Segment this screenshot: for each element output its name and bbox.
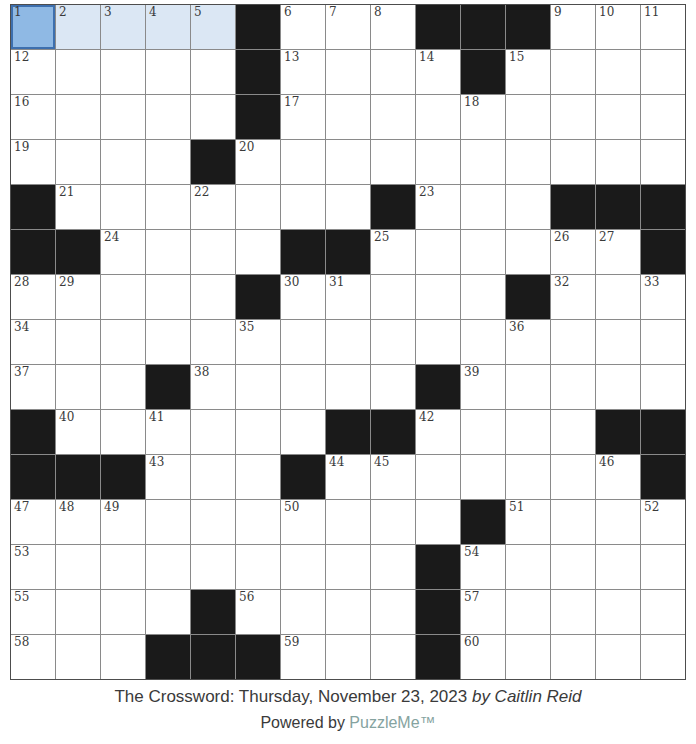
- cell-r2c7[interactable]: 13: [281, 50, 325, 94]
- cell-r14c1[interactable]: 55: [11, 590, 55, 634]
- clue-number-42: 42: [419, 411, 434, 424]
- cell-r3c13[interactable]: [551, 95, 595, 139]
- cell-r4c15[interactable]: [641, 140, 685, 184]
- cell-r14c6[interactable]: 56: [236, 590, 280, 634]
- cell-r5c10[interactable]: 23: [416, 185, 460, 229]
- cell-r12c8[interactable]: [326, 500, 370, 544]
- cell-r9c1[interactable]: 37: [11, 365, 55, 409]
- cell-r1c9[interactable]: 8: [371, 5, 415, 49]
- clue-number-25: 25: [374, 231, 389, 244]
- cell-r14c11[interactable]: 57: [461, 590, 505, 634]
- clue-number-49: 49: [104, 501, 119, 514]
- cell-r15c11[interactable]: 60: [461, 635, 505, 679]
- cell-r11c10[interactable]: [416, 455, 460, 499]
- cell-r3c12[interactable]: [506, 95, 550, 139]
- clue-number-30: 30: [284, 276, 299, 289]
- cell-r2c4[interactable]: [146, 50, 190, 94]
- cell-r3c14[interactable]: [596, 95, 640, 139]
- cell-r1c2[interactable]: 2: [56, 5, 100, 49]
- cell-r1c8[interactable]: 7: [326, 5, 370, 49]
- cell-r15c14[interactable]: [596, 635, 640, 679]
- cell-r10c13[interactable]: [551, 410, 595, 454]
- cell-r2c11: [461, 50, 505, 94]
- clue-number-46: 46: [599, 456, 614, 469]
- cell-r12c2[interactable]: 48: [56, 500, 100, 544]
- cell-r9c14[interactable]: [596, 365, 640, 409]
- puzzleme-brand[interactable]: PuzzleMe™: [349, 714, 435, 731]
- clue-number-27: 27: [599, 231, 614, 244]
- cell-r2c6: [236, 50, 280, 94]
- clue-number-58: 58: [14, 636, 29, 649]
- cell-r4c10[interactable]: [416, 140, 460, 184]
- clue-number-3: 3: [104, 6, 112, 19]
- cell-r11c2: [56, 455, 100, 499]
- cell-r8c3[interactable]: [101, 320, 145, 364]
- cell-r9c15[interactable]: [641, 365, 685, 409]
- cell-r7c5[interactable]: [191, 275, 235, 319]
- cell-r13c2[interactable]: [56, 545, 100, 589]
- cell-r15c8[interactable]: [326, 635, 370, 679]
- cell-r4c7[interactable]: [281, 140, 325, 184]
- cell-r9c9[interactable]: [371, 365, 415, 409]
- cell-r4c2[interactable]: [56, 140, 100, 184]
- cell-r2c1[interactable]: 12: [11, 50, 55, 94]
- clue-number-13: 13: [284, 51, 299, 64]
- cell-r11c5[interactable]: [191, 455, 235, 499]
- puzzle-title: The Crossword: Thursday, November 23, 20…: [114, 687, 471, 706]
- cell-r10c1: [11, 410, 55, 454]
- cell-r14c12[interactable]: [506, 590, 550, 634]
- cell-r1c1[interactable]: 1: [11, 5, 55, 49]
- cell-r6c1: [11, 230, 55, 274]
- cell-r3c5[interactable]: [191, 95, 235, 139]
- clue-number-40: 40: [59, 411, 74, 424]
- cell-r15c4: [146, 635, 190, 679]
- cell-r11c4[interactable]: 43: [146, 455, 190, 499]
- cell-r3c4[interactable]: [146, 95, 190, 139]
- clue-number-15: 15: [509, 51, 524, 64]
- cell-r10c4[interactable]: 41: [146, 410, 190, 454]
- clue-number-60: 60: [464, 636, 479, 649]
- crossword-board: 1234567891011121314151617181920212223242…: [0, 0, 696, 680]
- cell-r3c2[interactable]: [56, 95, 100, 139]
- cell-r5c2[interactable]: 21: [56, 185, 100, 229]
- cell-r6c15: [641, 230, 685, 274]
- cell-r3c11[interactable]: 18: [461, 95, 505, 139]
- cell-r7c7[interactable]: 30: [281, 275, 325, 319]
- cell-r8c8[interactable]: [326, 320, 370, 364]
- clue-number-26: 26: [554, 231, 569, 244]
- cell-r7c3[interactable]: [101, 275, 145, 319]
- cell-r8c13[interactable]: [551, 320, 595, 364]
- cell-r10c7[interactable]: [281, 410, 325, 454]
- cell-r5c12[interactable]: [506, 185, 550, 229]
- clue-number-41: 41: [149, 411, 164, 424]
- clue-number-37: 37: [14, 366, 29, 379]
- cell-r3c10[interactable]: [416, 95, 460, 139]
- cell-r11c15: [641, 455, 685, 499]
- cell-r3c7[interactable]: 17: [281, 95, 325, 139]
- cell-r12c9[interactable]: [371, 500, 415, 544]
- cell-r4c8[interactable]: [326, 140, 370, 184]
- crossword-grid: 1234567891011121314151617181920212223242…: [10, 4, 686, 680]
- cell-r13c13[interactable]: [551, 545, 595, 589]
- clue-number-8: 8: [374, 6, 382, 19]
- cell-r8c14[interactable]: [596, 320, 640, 364]
- cell-r15c12[interactable]: [506, 635, 550, 679]
- clue-number-11: 11: [644, 6, 659, 19]
- clue-number-32: 32: [554, 276, 569, 289]
- cell-r11c7: [281, 455, 325, 499]
- cell-r12c6[interactable]: [236, 500, 280, 544]
- clue-number-4: 4: [149, 6, 157, 19]
- cell-r5c3[interactable]: [101, 185, 145, 229]
- cell-r6c7: [281, 230, 325, 274]
- cell-r13c5[interactable]: [191, 545, 235, 589]
- cell-r8c15[interactable]: [641, 320, 685, 364]
- cell-r14c13[interactable]: [551, 590, 595, 634]
- cell-r8c5[interactable]: [191, 320, 235, 364]
- cell-r4c3[interactable]: [101, 140, 145, 184]
- clue-number-22: 22: [194, 186, 209, 199]
- cell-r9c10: [416, 365, 460, 409]
- cell-r5c5[interactable]: 22: [191, 185, 235, 229]
- cell-r1c11: [461, 5, 505, 49]
- clue-number-44: 44: [329, 456, 344, 469]
- cell-r6c2: [56, 230, 100, 274]
- cell-r7c12: [506, 275, 550, 319]
- cell-r13c12[interactable]: [506, 545, 550, 589]
- cell-r13c4[interactable]: [146, 545, 190, 589]
- clue-number-36: 36: [509, 321, 524, 334]
- puzzle-byline: by Caitlin Reid: [472, 687, 582, 706]
- cell-r6c9[interactable]: 25: [371, 230, 415, 274]
- cell-r7c1[interactable]: 28: [11, 275, 55, 319]
- cell-r6c11[interactable]: [461, 230, 505, 274]
- clue-number-1: 1: [14, 6, 22, 19]
- cell-r1c5[interactable]: 5: [191, 5, 235, 49]
- clue-number-9: 9: [554, 6, 562, 19]
- cell-r13c11[interactable]: 54: [461, 545, 505, 589]
- cell-r1c4[interactable]: 4: [146, 5, 190, 49]
- clue-number-28: 28: [14, 276, 29, 289]
- cell-r5c7[interactable]: [281, 185, 325, 229]
- cell-r1c13[interactable]: 9: [551, 5, 595, 49]
- cell-r2c5[interactable]: [191, 50, 235, 94]
- cell-r13c3[interactable]: [101, 545, 145, 589]
- cell-r14c14[interactable]: [596, 590, 640, 634]
- cell-r2c14[interactable]: [596, 50, 640, 94]
- clue-number-16: 16: [14, 96, 29, 109]
- cell-r13c15[interactable]: [641, 545, 685, 589]
- cell-r14c3[interactable]: [101, 590, 145, 634]
- powered-by-line: Powered by PuzzleMe™: [0, 714, 696, 732]
- cell-r12c3[interactable]: 49: [101, 500, 145, 544]
- cell-r11c12[interactable]: [506, 455, 550, 499]
- cell-r1c15[interactable]: 11: [641, 5, 685, 49]
- clue-number-55: 55: [14, 591, 29, 604]
- cell-r3c8[interactable]: [326, 95, 370, 139]
- cell-r5c14: [596, 185, 640, 229]
- cell-r10c8: [326, 410, 370, 454]
- cell-r5c1: [11, 185, 55, 229]
- cell-r8c12[interactable]: 36: [506, 320, 550, 364]
- cell-r9c8[interactable]: [326, 365, 370, 409]
- clue-number-31: 31: [329, 276, 344, 289]
- cell-r11c11[interactable]: [461, 455, 505, 499]
- cell-r3c6: [236, 95, 280, 139]
- cell-r2c13[interactable]: [551, 50, 595, 94]
- cell-r14c8[interactable]: [326, 590, 370, 634]
- cell-r13c8[interactable]: [326, 545, 370, 589]
- cell-r4c6[interactable]: 20: [236, 140, 280, 184]
- clue-number-43: 43: [149, 456, 164, 469]
- cell-r9c11[interactable]: 39: [461, 365, 505, 409]
- cell-r9c4: [146, 365, 190, 409]
- cell-r12c10[interactable]: [416, 500, 460, 544]
- clue-number-21: 21: [59, 186, 74, 199]
- cell-r6c4[interactable]: [146, 230, 190, 274]
- cell-r13c1[interactable]: 53: [11, 545, 55, 589]
- cell-r13c7[interactable]: [281, 545, 325, 589]
- cell-r13c9[interactable]: [371, 545, 415, 589]
- cell-r7c4[interactable]: [146, 275, 190, 319]
- cell-r10c10[interactable]: 42: [416, 410, 460, 454]
- cell-r1c6: [236, 5, 280, 49]
- clue-number-5: 5: [194, 6, 202, 19]
- cell-r10c5[interactable]: [191, 410, 235, 454]
- cell-r11c1: [11, 455, 55, 499]
- cell-r12c7[interactable]: 50: [281, 500, 325, 544]
- cell-r6c14[interactable]: 27: [596, 230, 640, 274]
- clue-number-53: 53: [14, 546, 29, 559]
- cell-r10c6[interactable]: [236, 410, 280, 454]
- cell-r2c12[interactable]: 15: [506, 50, 550, 94]
- cell-r7c11[interactable]: [461, 275, 505, 319]
- clue-number-24: 24: [104, 231, 119, 244]
- cell-r4c11[interactable]: [461, 140, 505, 184]
- cell-r2c3[interactable]: [101, 50, 145, 94]
- cell-r14c10: [416, 590, 460, 634]
- clue-number-50: 50: [284, 501, 299, 514]
- puzzle-caption: The Crossword: Thursday, November 23, 20…: [0, 687, 696, 732]
- cell-r7c8[interactable]: 31: [326, 275, 370, 319]
- clue-number-48: 48: [59, 501, 74, 514]
- clue-number-59: 59: [284, 636, 299, 649]
- cell-r2c15[interactable]: [641, 50, 685, 94]
- cell-r9c13[interactable]: [551, 365, 595, 409]
- cell-r4c12[interactable]: [506, 140, 550, 184]
- powered-by-text: Powered by: [260, 714, 349, 731]
- cell-r3c3[interactable]: [101, 95, 145, 139]
- clue-number-19: 19: [14, 141, 29, 154]
- cell-r1c7[interactable]: 6: [281, 5, 325, 49]
- cell-r11c13[interactable]: [551, 455, 595, 499]
- cell-r10c9: [371, 410, 415, 454]
- cell-r12c15[interactable]: 52: [641, 500, 685, 544]
- cell-r2c2[interactable]: [56, 50, 100, 94]
- cell-r15c15[interactable]: [641, 635, 685, 679]
- clue-number-20: 20: [239, 141, 254, 154]
- cell-r3c1[interactable]: 16: [11, 95, 55, 139]
- cell-r6c5[interactable]: [191, 230, 235, 274]
- cell-r4c1[interactable]: 19: [11, 140, 55, 184]
- cell-r12c12[interactable]: 51: [506, 500, 550, 544]
- cell-r9c5[interactable]: 38: [191, 365, 235, 409]
- cell-r15c1[interactable]: 58: [11, 635, 55, 679]
- clue-number-10: 10: [599, 6, 614, 19]
- clue-number-34: 34: [14, 321, 29, 334]
- cell-r14c15[interactable]: [641, 590, 685, 634]
- clue-number-6: 6: [284, 6, 292, 19]
- cell-r9c6[interactable]: [236, 365, 280, 409]
- clue-number-45: 45: [374, 456, 389, 469]
- clue-number-7: 7: [329, 6, 337, 19]
- cell-r5c6[interactable]: [236, 185, 280, 229]
- cell-r15c10: [416, 635, 460, 679]
- cell-r4c5: [191, 140, 235, 184]
- cell-r11c3: [101, 455, 145, 499]
- cell-r11c9[interactable]: 45: [371, 455, 415, 499]
- cell-r6c10[interactable]: [416, 230, 460, 274]
- cell-r12c5[interactable]: [191, 500, 235, 544]
- puzzle-title-line: The Crossword: Thursday, November 23, 20…: [0, 687, 696, 707]
- clue-number-14: 14: [419, 51, 434, 64]
- cell-r4c13[interactable]: [551, 140, 595, 184]
- cell-r13c10: [416, 545, 460, 589]
- clue-number-2: 2: [59, 6, 67, 19]
- cell-r8c7[interactable]: [281, 320, 325, 364]
- cell-r4c14[interactable]: [596, 140, 640, 184]
- cell-r8c1[interactable]: 34: [11, 320, 55, 364]
- clue-number-51: 51: [509, 501, 524, 514]
- cell-r11c8[interactable]: 44: [326, 455, 370, 499]
- cell-r7c10[interactable]: [416, 275, 460, 319]
- cell-r4c4[interactable]: [146, 140, 190, 184]
- cell-r8c10[interactable]: [416, 320, 460, 364]
- clue-number-39: 39: [464, 366, 479, 379]
- cell-r10c15: [641, 410, 685, 454]
- clue-number-12: 12: [14, 51, 29, 64]
- cell-r5c4[interactable]: [146, 185, 190, 229]
- cell-r6c6[interactable]: [236, 230, 280, 274]
- cell-r12c1[interactable]: 47: [11, 500, 55, 544]
- cell-r5c15: [641, 185, 685, 229]
- cell-r14c7[interactable]: [281, 590, 325, 634]
- cell-r7c13[interactable]: 32: [551, 275, 595, 319]
- clue-number-52: 52: [644, 501, 659, 514]
- clue-number-17: 17: [284, 96, 299, 109]
- clue-number-29: 29: [59, 276, 74, 289]
- cell-r9c7[interactable]: [281, 365, 325, 409]
- cell-r8c6[interactable]: 35: [236, 320, 280, 364]
- cell-r6c13[interactable]: 26: [551, 230, 595, 274]
- cell-r10c14: [596, 410, 640, 454]
- cell-r14c2[interactable]: [56, 590, 100, 634]
- clue-number-35: 35: [239, 321, 254, 334]
- cell-r12c11: [461, 500, 505, 544]
- cell-r3c15[interactable]: [641, 95, 685, 139]
- cell-r10c11[interactable]: [461, 410, 505, 454]
- cell-r1c12: [506, 5, 550, 49]
- clue-number-23: 23: [419, 186, 434, 199]
- cell-r5c13: [551, 185, 595, 229]
- cell-r8c4[interactable]: [146, 320, 190, 364]
- cell-r15c6: [236, 635, 280, 679]
- cell-r7c2[interactable]: 29: [56, 275, 100, 319]
- cell-r15c2[interactable]: [56, 635, 100, 679]
- cell-r8c11[interactable]: [461, 320, 505, 364]
- cell-r4c9[interactable]: [371, 140, 415, 184]
- cell-r7c14[interactable]: [596, 275, 640, 319]
- cell-r1c10: [416, 5, 460, 49]
- cell-r6c12[interactable]: [506, 230, 550, 274]
- cell-r14c9[interactable]: [371, 590, 415, 634]
- cell-r14c5: [191, 590, 235, 634]
- cell-r5c11[interactable]: [461, 185, 505, 229]
- cell-r1c3[interactable]: 3: [101, 5, 145, 49]
- cell-r1c14[interactable]: 10: [596, 5, 640, 49]
- clue-number-47: 47: [14, 501, 29, 514]
- cell-r11c6[interactable]: [236, 455, 280, 499]
- cell-r5c8[interactable]: [326, 185, 370, 229]
- cell-r6c3[interactable]: 24: [101, 230, 145, 274]
- cell-r2c9[interactable]: [371, 50, 415, 94]
- cell-r14c4[interactable]: [146, 590, 190, 634]
- cell-r9c3[interactable]: [101, 365, 145, 409]
- cell-r7c9[interactable]: [371, 275, 415, 319]
- clue-number-57: 57: [464, 591, 479, 604]
- clue-number-38: 38: [194, 366, 209, 379]
- cell-r9c2[interactable]: [56, 365, 100, 409]
- cell-r15c7[interactable]: 59: [281, 635, 325, 679]
- cell-r10c12[interactable]: [506, 410, 550, 454]
- cell-r3c9[interactable]: [371, 95, 415, 139]
- cell-r9c12[interactable]: [506, 365, 550, 409]
- cell-r6c8: [326, 230, 370, 274]
- cell-r11c14[interactable]: 46: [596, 455, 640, 499]
- cell-r15c3[interactable]: [101, 635, 145, 679]
- clue-number-33: 33: [644, 276, 659, 289]
- cell-r10c2[interactable]: 40: [56, 410, 100, 454]
- cell-r10c3[interactable]: [101, 410, 145, 454]
- cell-r15c13[interactable]: [551, 635, 595, 679]
- cell-r13c6[interactable]: [236, 545, 280, 589]
- cell-r7c15[interactable]: 33: [641, 275, 685, 319]
- cell-r2c10[interactable]: 14: [416, 50, 460, 94]
- cell-r8c9[interactable]: [371, 320, 415, 364]
- cell-r13c14[interactable]: [596, 545, 640, 589]
- clue-number-56: 56: [239, 591, 254, 604]
- clue-number-54: 54: [464, 546, 479, 559]
- cell-r5c9: [371, 185, 415, 229]
- clue-number-18: 18: [464, 96, 479, 109]
- cell-r15c5: [191, 635, 235, 679]
- cell-r2c8[interactable]: [326, 50, 370, 94]
- cell-r7c6: [236, 275, 280, 319]
- cell-r12c14[interactable]: [596, 500, 640, 544]
- cell-r15c9[interactable]: [371, 635, 415, 679]
- cell-r8c2[interactable]: [56, 320, 100, 364]
- cell-r12c13[interactable]: [551, 500, 595, 544]
- cell-r12c4[interactable]: [146, 500, 190, 544]
